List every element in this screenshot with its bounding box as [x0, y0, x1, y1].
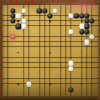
- go-board-photo: [0, 0, 100, 100]
- hoshi-point: [49, 83, 51, 85]
- board-right-edge: [98, 0, 100, 100]
- board-left-edge-coordinate-marks: [0, 0, 2, 100]
- camera-glare-pink: [68, 0, 100, 15]
- hoshi-point: [18, 20, 20, 22]
- hoshi-point: [49, 20, 51, 22]
- hoshi-point: [81, 52, 83, 54]
- hoshi-point: [18, 83, 20, 85]
- hoshi-point: [49, 52, 51, 54]
- hoshi-point: [81, 83, 83, 85]
- hoshi-point: [81, 20, 83, 22]
- board-bottom-edge: [0, 96, 100, 100]
- hoshi-point: [18, 52, 20, 54]
